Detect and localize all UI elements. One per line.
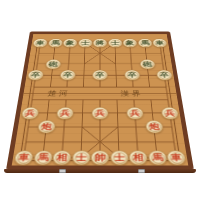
piece-black-chariot[interactable]: 車 [152, 38, 168, 47]
board-grid: 楚河 漢界 [12, 34, 189, 165]
piece-black-elephant[interactable]: 象 [122, 38, 137, 47]
piece-red-elephant[interactable]: 相 [128, 150, 148, 165]
hinge-left-icon [59, 169, 66, 173]
piece-red-advisor[interactable]: 士 [71, 150, 90, 165]
river-label-left: 楚河 [47, 89, 70, 97]
hinge-right-icon [138, 169, 145, 173]
piece-red-soldier[interactable]: 兵 [126, 107, 144, 119]
xiangqi-board: 楚河 漢界 車馬象士將士象馬車砲砲卒卒卒卒卒兵兵兵兵兵炮炮車馬相士帥士相馬車 [6, 32, 194, 170]
piece-black-horse[interactable]: 馬 [137, 38, 153, 47]
piece-red-soldier[interactable]: 兵 [91, 107, 108, 119]
xiangqi-set-photo: 楚河 漢界 車馬象士將士象馬車砲砲卒卒卒卒卒兵兵兵兵兵炮炮車馬相士帥士相馬車 [0, 0, 200, 200]
piece-black-cannon[interactable]: 砲 [139, 59, 155, 69]
river-label-right: 漢界 [119, 89, 143, 97]
piece-red-general[interactable]: 帥 [91, 150, 110, 165]
board-front-edge [4, 169, 196, 173]
piece-black-cannon[interactable]: 砲 [45, 59, 61, 69]
piece-red-advisor[interactable]: 士 [110, 150, 129, 165]
piece-black-general[interactable]: 將 [93, 38, 108, 47]
piece-black-advisor[interactable]: 士 [78, 38, 93, 47]
piece-black-advisor[interactable]: 士 [108, 38, 123, 47]
